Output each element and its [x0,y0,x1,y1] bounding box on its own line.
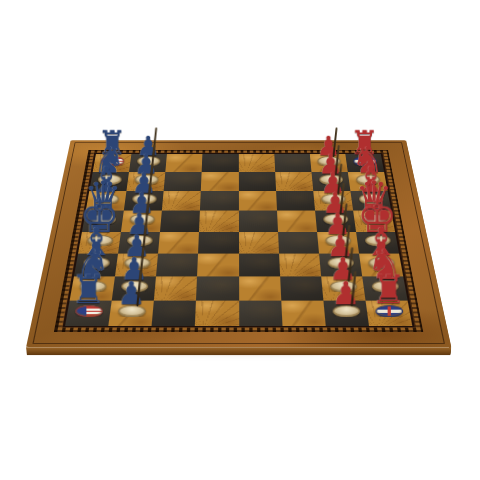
square-c4[interactable] [238,191,276,211]
square-c5[interactable] [200,191,238,211]
square-b6[interactable] [164,172,202,191]
square-a2[interactable] [310,154,348,172]
square-a4[interactable] [238,154,274,172]
square-b4[interactable] [238,172,275,191]
square-b3[interactable] [275,172,313,191]
square-a3[interactable] [274,154,311,172]
page-background: ♜♞♝♛♚♝♞♜♟♟♟♟♟♟♟♟♟♟♟♟♟♟♟♟♜♞♝♛♚♝♞♜ [0,0,480,480]
piece-base [117,306,144,318]
board-edge-front [26,347,451,355]
square-b2[interactable] [311,172,350,191]
piece-black-rook-h8[interactable]: ♜ [68,263,108,318]
square-d4[interactable] [238,211,277,232]
square-a5[interactable] [202,154,238,172]
piece-black-pawn-h7[interactable]: ♟ [111,269,151,317]
square-b5[interactable] [201,172,238,191]
square-b7[interactable] [127,172,166,191]
square-d3[interactable] [277,211,317,232]
square-d5[interactable] [199,211,238,232]
piece-white-rook-h1[interactable]: ♜ [369,263,409,318]
square-a6[interactable] [166,154,203,172]
square-c6[interactable] [162,191,201,211]
square-a8[interactable] [93,154,132,172]
black-rook-icon: ♜ [70,270,106,310]
square-d6[interactable] [160,211,200,232]
square-a7[interactable] [129,154,167,172]
chessboard: ♜♞♝♛♚♝♞♜♟♟♟♟♟♟♟♟♟♟♟♟♟♟♟♟♜♞♝♛♚♝♞♜ [26,140,451,347]
piece-base-stars-and-stripes [74,306,101,318]
white-rook-icon: ♜ [372,270,408,310]
square-a1[interactable] [345,154,384,172]
square-c3[interactable] [276,191,315,211]
piece-white-pawn-h2[interactable]: ♟ [326,269,366,317]
piece-base [332,306,359,318]
piece-base-union-jack [376,306,403,318]
chessboard-scene: ♜♞♝♛♚♝♞♜♟♟♟♟♟♟♟♟♟♟♟♟♟♟♟♟♜♞♝♛♚♝♞♜ [0,0,480,480]
